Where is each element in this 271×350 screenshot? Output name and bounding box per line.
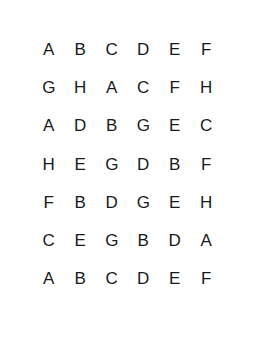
grid-cell: H (191, 183, 223, 221)
grid-cell: C (128, 68, 160, 106)
grid-cell: G (96, 221, 128, 259)
worksheet-page: ABCDEFGHACFHADBGECHEGDBFFBDGEHCEGBDAABCD… (0, 0, 271, 350)
grid-cell: B (65, 183, 97, 221)
grid-cell: D (96, 183, 128, 221)
grid-cell: A (33, 30, 65, 68)
grid-cell: E (159, 260, 191, 298)
grid-cell: D (128, 30, 160, 68)
grid-cell: H (33, 145, 65, 183)
letter-grid: ABCDEFGHACFHADBGECHEGDBFFBDGEHCEGBDAABCD… (33, 30, 222, 298)
grid-cell: B (65, 30, 97, 68)
grid-cell: H (65, 68, 97, 106)
grid-cell: E (159, 30, 191, 68)
grid-cell: B (128, 221, 160, 259)
grid-cell: F (159, 68, 191, 106)
grid-cell: D (65, 107, 97, 145)
grid-cell: A (33, 107, 65, 145)
grid-cell: C (96, 30, 128, 68)
grid-cell: F (33, 183, 65, 221)
grid-cell: A (33, 260, 65, 298)
grid-cell: B (96, 107, 128, 145)
grid-cell: D (128, 260, 160, 298)
grid-cell: H (191, 68, 223, 106)
grid-cell: E (65, 145, 97, 183)
grid-cell: C (33, 221, 65, 259)
grid-cell: G (33, 68, 65, 106)
grid-cell: A (191, 221, 223, 259)
grid-cell: E (159, 183, 191, 221)
grid-cell: F (191, 145, 223, 183)
grid-cell: E (65, 221, 97, 259)
grid-cell: G (128, 183, 160, 221)
grid-cell: G (96, 145, 128, 183)
grid-cell: C (96, 260, 128, 298)
grid-cell: E (159, 107, 191, 145)
grid-cell: D (128, 145, 160, 183)
grid-cell: F (191, 30, 223, 68)
grid-cell: B (65, 260, 97, 298)
grid-cell: D (159, 221, 191, 259)
grid-cell: F (191, 260, 223, 298)
grid-cell: G (128, 107, 160, 145)
grid-cell: B (159, 145, 191, 183)
grid-cell: A (96, 68, 128, 106)
grid-cell: C (191, 107, 223, 145)
